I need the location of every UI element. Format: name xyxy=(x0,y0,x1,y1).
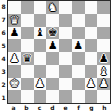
square-e3[interactable] xyxy=(59,65,72,78)
square-e5[interactable] xyxy=(59,39,72,52)
square-e7[interactable] xyxy=(59,14,72,27)
square-g4[interactable] xyxy=(85,52,98,65)
square-a4[interactable]: ♟ xyxy=(8,52,21,65)
black-pawn-d5: ♟ xyxy=(48,40,58,51)
square-b6[interactable] xyxy=(21,27,34,40)
square-d5[interactable]: ♟ xyxy=(46,39,59,52)
file-label-h: h xyxy=(98,104,111,111)
square-h7[interactable] xyxy=(97,14,110,27)
square-b5[interactable] xyxy=(21,39,34,52)
square-a2[interactable]: ♚ xyxy=(8,78,21,91)
square-c8[interactable] xyxy=(34,1,47,14)
square-c2[interactable]: ♟ xyxy=(34,78,47,91)
rank-label-6: 6 xyxy=(0,26,7,39)
square-a6[interactable]: ♟ xyxy=(8,27,21,40)
rank-label-3: 3 xyxy=(0,65,7,78)
square-d6[interactable]: ♚ xyxy=(46,27,59,40)
square-f8[interactable] xyxy=(72,1,85,14)
file-label-a: a xyxy=(7,104,20,111)
square-f3[interactable] xyxy=(72,65,85,78)
square-e1[interactable] xyxy=(59,90,72,103)
square-b2[interactable] xyxy=(21,78,34,91)
square-a3[interactable] xyxy=(8,65,21,78)
square-d4[interactable] xyxy=(46,52,59,65)
file-label-c: c xyxy=(33,104,46,111)
square-f4[interactable] xyxy=(72,52,85,65)
white-queen-a7: ♛ xyxy=(9,14,19,25)
black-pawn-f5: ♟ xyxy=(73,40,83,51)
square-d2[interactable] xyxy=(46,78,59,91)
square-b7[interactable] xyxy=(21,14,34,27)
chess-board: ♞♛♟♝♚♟♟♟♛♟♝♚♟♟♟ xyxy=(7,0,111,104)
square-b8[interactable] xyxy=(21,1,34,14)
white-pawn-h2: ♟ xyxy=(99,78,109,89)
square-f5[interactable]: ♟ xyxy=(72,39,85,52)
file-labels: abcdefgh xyxy=(7,104,111,111)
square-g6[interactable] xyxy=(85,27,98,40)
black-pawn-h4: ♟ xyxy=(99,52,109,63)
square-a8[interactable] xyxy=(8,1,21,14)
square-f2[interactable] xyxy=(72,78,85,91)
square-h1[interactable] xyxy=(97,90,110,103)
square-c1[interactable] xyxy=(34,90,47,103)
rank-label-1: 1 xyxy=(0,91,7,104)
white-pawn-a4: ♟ xyxy=(9,52,19,63)
square-d1[interactable] xyxy=(46,90,59,103)
square-f6[interactable] xyxy=(72,27,85,40)
square-c7[interactable] xyxy=(34,14,47,27)
file-label-e: e xyxy=(59,104,72,111)
black-queen-b4: ♛ xyxy=(22,52,32,63)
square-d3[interactable] xyxy=(46,65,59,78)
square-g8[interactable] xyxy=(85,1,98,14)
square-c3[interactable] xyxy=(34,65,47,78)
square-c4[interactable] xyxy=(34,52,47,65)
white-knight-d8: ♞ xyxy=(48,1,58,12)
rank-label-2: 2 xyxy=(0,78,7,91)
square-c5[interactable] xyxy=(34,39,47,52)
square-a1[interactable] xyxy=(8,90,21,103)
file-label-d: d xyxy=(46,104,59,111)
square-h3[interactable]: ♝ xyxy=(97,65,110,78)
square-h8[interactable] xyxy=(97,1,110,14)
square-g7[interactable] xyxy=(85,14,98,27)
rank-label-7: 7 xyxy=(0,13,7,26)
square-e2[interactable] xyxy=(59,78,72,91)
black-pawn-a6: ♟ xyxy=(9,27,19,38)
white-bishop-h3: ♝ xyxy=(99,65,109,76)
white-pawn-c2: ♟ xyxy=(35,78,45,89)
square-h2[interactable]: ♟ xyxy=(97,78,110,91)
black-king-d6: ♚ xyxy=(48,27,58,38)
white-pawn-g2: ♟ xyxy=(86,78,96,89)
square-b3[interactable] xyxy=(21,65,34,78)
file-label-g: g xyxy=(85,104,98,111)
square-h6[interactable] xyxy=(97,27,110,40)
square-b1[interactable] xyxy=(21,90,34,103)
rank-label-8: 8 xyxy=(0,0,7,13)
square-b4[interactable]: ♛ xyxy=(21,52,34,65)
square-h4[interactable]: ♟ xyxy=(97,52,110,65)
square-h5[interactable] xyxy=(97,39,110,52)
white-king-a2: ♚ xyxy=(9,78,19,89)
square-e4[interactable] xyxy=(59,52,72,65)
square-c6[interactable]: ♝ xyxy=(34,27,47,40)
square-e8[interactable] xyxy=(59,1,72,14)
square-d7[interactable] xyxy=(46,14,59,27)
square-d8[interactable]: ♞ xyxy=(46,1,59,14)
square-g2[interactable]: ♟ xyxy=(85,78,98,91)
rank-labels: 87654321 xyxy=(0,0,7,104)
board-corner-spacer xyxy=(0,104,7,111)
square-e6[interactable] xyxy=(59,27,72,40)
rank-label-5: 5 xyxy=(0,39,7,52)
file-label-b: b xyxy=(20,104,33,111)
square-g5[interactable] xyxy=(85,39,98,52)
rank-label-4: 4 xyxy=(0,52,7,65)
square-g1[interactable] xyxy=(85,90,98,103)
square-g3[interactable] xyxy=(85,65,98,78)
file-label-f: f xyxy=(72,104,85,111)
black-bishop-c6: ♝ xyxy=(35,27,45,38)
square-f1[interactable] xyxy=(72,90,85,103)
square-f7[interactable] xyxy=(72,14,85,27)
chess-diagram: 87654321 ♞♛♟♝♚♟♟♟♛♟♝♚♟♟♟ abcdefgh xyxy=(0,0,111,111)
square-a5[interactable] xyxy=(8,39,21,52)
square-a7[interactable]: ♛ xyxy=(8,14,21,27)
